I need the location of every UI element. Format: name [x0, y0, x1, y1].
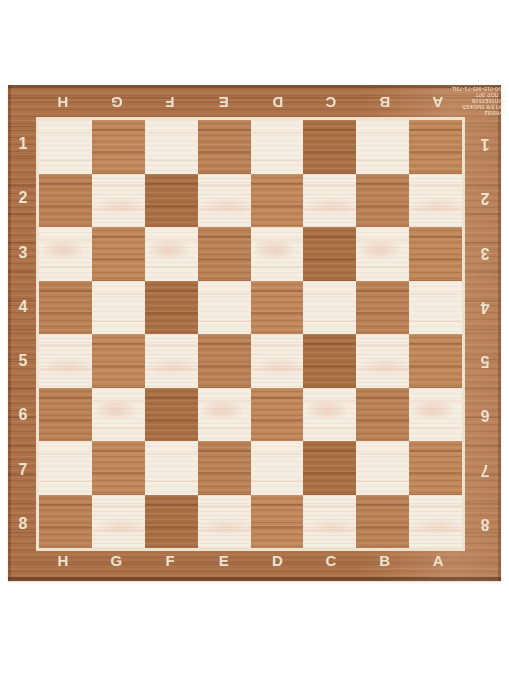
- rank-label-right-3: 3: [470, 226, 500, 280]
- square-a5[interactable]: [409, 334, 462, 388]
- square-c6[interactable]: [303, 388, 356, 442]
- square-g5[interactable]: [92, 334, 145, 388]
- square-g6[interactable]: [92, 388, 145, 442]
- square-d2[interactable]: [251, 174, 304, 228]
- square-e6[interactable]: [198, 388, 251, 442]
- rank-label-right-5: 5: [470, 334, 500, 388]
- rank-label-left-2: 2: [8, 171, 38, 225]
- square-f4[interactable]: [145, 281, 198, 335]
- file-label-bottom-g: G: [90, 549, 144, 573]
- page: HGFEDCBA 12345678 12345678 HGFEDCBA ВУН0…: [0, 0, 509, 699]
- square-d3[interactable]: [251, 227, 304, 281]
- square-c4[interactable]: [303, 281, 356, 335]
- square-a3[interactable]: [409, 227, 462, 281]
- square-h3[interactable]: [39, 227, 92, 281]
- square-d5[interactable]: [251, 334, 304, 388]
- rank-label-right-4: 4: [470, 280, 500, 334]
- file-label-bottom-h: H: [36, 549, 90, 573]
- square-g8[interactable]: [92, 495, 145, 549]
- square-c5[interactable]: [303, 334, 356, 388]
- rank-label-left-6: 6: [8, 388, 38, 442]
- square-h2[interactable]: [39, 174, 92, 228]
- rank-label-left-4: 4: [8, 280, 38, 334]
- square-a2[interactable]: [409, 174, 462, 228]
- rank-label-right-1: 1: [470, 117, 500, 171]
- fine-print-line: 2-90-015-905-71-73Ц: [448, 86, 506, 92]
- file-label-top-f: F: [143, 90, 197, 114]
- square-f5[interactable]: [145, 334, 198, 388]
- rank-labels-right: 12345678: [470, 117, 500, 551]
- square-b1[interactable]: [356, 120, 409, 174]
- square-b6[interactable]: [356, 388, 409, 442]
- square-f1[interactable]: [145, 120, 198, 174]
- rank-label-right-6: 6: [470, 388, 500, 442]
- file-label-bottom-d: D: [251, 549, 305, 573]
- square-e1[interactable]: [198, 120, 251, 174]
- square-a6[interactable]: [409, 388, 462, 442]
- square-b4[interactable]: [356, 281, 409, 335]
- rank-label-right-2: 2: [470, 171, 500, 225]
- square-a8[interactable]: [409, 495, 462, 549]
- square-b7[interactable]: [356, 441, 409, 495]
- square-h7[interactable]: [39, 441, 92, 495]
- square-h4[interactable]: [39, 281, 92, 335]
- rank-label-right-7: 7: [470, 443, 500, 497]
- square-c1[interactable]: [303, 120, 356, 174]
- square-a4[interactable]: [409, 281, 462, 335]
- fine-print-line: ВУН00Ш: [448, 110, 506, 116]
- file-label-bottom-a: A: [411, 549, 465, 573]
- square-d4[interactable]: [251, 281, 304, 335]
- file-label-top-g: G: [90, 90, 144, 114]
- file-label-top-b: B: [358, 90, 412, 114]
- square-d6[interactable]: [251, 388, 304, 442]
- fine-print-line: НИП55Е550В: [448, 98, 506, 104]
- square-b3[interactable]: [356, 227, 409, 281]
- square-c2[interactable]: [303, 174, 356, 228]
- file-label-top-d: D: [251, 90, 305, 114]
- file-label-top-h: H: [36, 90, 90, 114]
- square-g1[interactable]: [92, 120, 145, 174]
- rank-labels-left: 12345678: [8, 117, 38, 551]
- rank-label-left-8: 8: [8, 497, 38, 551]
- fine-print-line: 00П 5'Я 5М0ЖЕ5: [448, 104, 506, 110]
- square-c3[interactable]: [303, 227, 356, 281]
- square-e2[interactable]: [198, 174, 251, 228]
- file-labels-bottom: HGFEDCBA: [36, 549, 465, 573]
- square-h8[interactable]: [39, 495, 92, 549]
- square-a7[interactable]: [409, 441, 462, 495]
- rank-label-left-3: 3: [8, 226, 38, 280]
- fine-print-line: 11 ПОР 5РТ: [448, 92, 506, 98]
- file-label-top-e: E: [197, 90, 251, 114]
- file-label-top-c: C: [304, 90, 358, 114]
- file-labels-top: HGFEDCBA: [36, 90, 465, 114]
- square-b8[interactable]: [356, 495, 409, 549]
- file-label-bottom-f: F: [143, 549, 197, 573]
- square-h1[interactable]: [39, 120, 92, 174]
- square-h5[interactable]: [39, 334, 92, 388]
- square-f7[interactable]: [145, 441, 198, 495]
- file-label-bottom-c: C: [304, 549, 358, 573]
- rank-label-left-1: 1: [8, 117, 38, 171]
- square-f8[interactable]: [145, 495, 198, 549]
- maker-stamp-fine-print: ВУН00Ш00П 5'Я 5М0ЖЕ5НИП55Е550В11 ПОР 5РТ…: [448, 86, 506, 116]
- chess-board: HGFEDCBA 12345678 12345678 HGFEDCBA ВУН0…: [8, 85, 501, 581]
- square-e5[interactable]: [198, 334, 251, 388]
- square-c8[interactable]: [303, 495, 356, 549]
- square-f6[interactable]: [145, 388, 198, 442]
- square-f2[interactable]: [145, 174, 198, 228]
- square-g2[interactable]: [92, 174, 145, 228]
- playing-grid: [36, 117, 465, 551]
- file-label-bottom-e: E: [197, 549, 251, 573]
- square-e4[interactable]: [198, 281, 251, 335]
- square-b2[interactable]: [356, 174, 409, 228]
- square-g3[interactable]: [92, 227, 145, 281]
- file-label-bottom-b: B: [358, 549, 412, 573]
- square-c7[interactable]: [303, 441, 356, 495]
- square-b5[interactable]: [356, 334, 409, 388]
- rank-label-left-7: 7: [8, 443, 38, 497]
- square-a1[interactable]: [409, 120, 462, 174]
- square-d8[interactable]: [251, 495, 304, 549]
- square-h6[interactable]: [39, 388, 92, 442]
- square-e8[interactable]: [198, 495, 251, 549]
- square-d1[interactable]: [251, 120, 304, 174]
- square-g7[interactable]: [92, 441, 145, 495]
- square-e7[interactable]: [198, 441, 251, 495]
- rank-label-left-5: 5: [8, 334, 38, 388]
- square-g4[interactable]: [92, 281, 145, 335]
- square-f3[interactable]: [145, 227, 198, 281]
- square-d7[interactable]: [251, 441, 304, 495]
- square-e3[interactable]: [198, 227, 251, 281]
- rank-label-right-8: 8: [470, 497, 500, 551]
